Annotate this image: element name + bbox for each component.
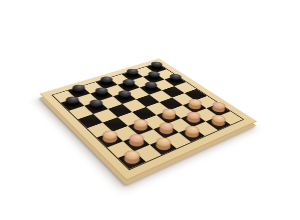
checker-piece-black: [116, 93, 134, 102]
board-face: [39, 58, 257, 180]
checker-piece-natural: [121, 153, 143, 167]
checker-piece-natural: [159, 111, 178, 122]
checker-piece-natural: [100, 133, 121, 145]
board-playing-area: [51, 63, 244, 170]
checker-piece-natural: [208, 118, 228, 129]
checkers-board: [39, 58, 257, 180]
product-photo-scene: [0, 0, 300, 220]
checker-piece-black: [63, 99, 81, 109]
